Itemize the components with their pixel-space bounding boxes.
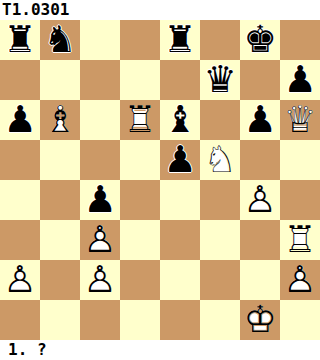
piece-white-pawn: ♟♙ bbox=[80, 260, 120, 300]
square-d7[interactable] bbox=[120, 60, 160, 100]
square-a7[interactable] bbox=[0, 60, 40, 100]
square-h5[interactable] bbox=[280, 140, 320, 180]
square-f1[interactable] bbox=[200, 300, 240, 340]
square-h1[interactable] bbox=[280, 300, 320, 340]
square-b7[interactable] bbox=[40, 60, 80, 100]
piece-white-pawn: ♟♙ bbox=[0, 260, 40, 300]
piece-white-queen: ♛♕ bbox=[280, 100, 320, 140]
square-b2[interactable] bbox=[40, 260, 80, 300]
square-a3[interactable] bbox=[0, 220, 40, 260]
piece-black-rook: ♜ bbox=[0, 20, 40, 60]
square-d2[interactable] bbox=[120, 260, 160, 300]
piece-black-bishop: ♝ bbox=[160, 100, 200, 140]
square-e4[interactable] bbox=[160, 180, 200, 220]
square-c2[interactable]: ♟♙ bbox=[80, 260, 120, 300]
square-h7[interactable]: ♟ bbox=[280, 60, 320, 100]
square-e3[interactable] bbox=[160, 220, 200, 260]
square-g3[interactable] bbox=[240, 220, 280, 260]
square-f3[interactable] bbox=[200, 220, 240, 260]
square-f6[interactable] bbox=[200, 100, 240, 140]
piece-white-pawn: ♟♙ bbox=[240, 180, 280, 220]
square-g5[interactable] bbox=[240, 140, 280, 180]
piece-white-knight: ♞♘ bbox=[200, 140, 240, 180]
square-a2[interactable]: ♟♙ bbox=[0, 260, 40, 300]
square-d3[interactable] bbox=[120, 220, 160, 260]
square-a1[interactable] bbox=[0, 300, 40, 340]
diagram-title: T1.0301 bbox=[0, 0, 320, 20]
square-g1[interactable]: ♚♔ bbox=[240, 300, 280, 340]
square-d8[interactable] bbox=[120, 20, 160, 60]
square-h3[interactable]: ♜♖ bbox=[280, 220, 320, 260]
square-g7[interactable] bbox=[240, 60, 280, 100]
square-e1[interactable] bbox=[160, 300, 200, 340]
piece-white-pawn: ♟♙ bbox=[280, 260, 320, 300]
square-f8[interactable] bbox=[200, 20, 240, 60]
square-g4[interactable]: ♟♙ bbox=[240, 180, 280, 220]
square-b1[interactable] bbox=[40, 300, 80, 340]
square-a6[interactable]: ♟ bbox=[0, 100, 40, 140]
piece-black-pawn: ♟ bbox=[160, 140, 200, 180]
square-h6[interactable]: ♛♕ bbox=[280, 100, 320, 140]
square-e8[interactable]: ♜ bbox=[160, 20, 200, 60]
square-e2[interactable] bbox=[160, 260, 200, 300]
square-c5[interactable] bbox=[80, 140, 120, 180]
piece-black-pawn: ♟ bbox=[0, 100, 40, 140]
square-e5[interactable]: ♟ bbox=[160, 140, 200, 180]
square-c4[interactable]: ♟ bbox=[80, 180, 120, 220]
square-g8[interactable]: ♚ bbox=[240, 20, 280, 60]
square-c8[interactable] bbox=[80, 20, 120, 60]
square-a8[interactable]: ♜ bbox=[0, 20, 40, 60]
piece-black-king: ♚ bbox=[240, 20, 280, 60]
chess-board: ♜♞♜♚♛♟♟♝♗♜♖♝♟♛♕♟♞♘♟♟♙♟♙♜♖♟♙♟♙♟♙♚♔ bbox=[0, 20, 320, 340]
piece-black-queen: ♛ bbox=[200, 60, 240, 100]
piece-white-rook: ♜♖ bbox=[120, 100, 160, 140]
piece-black-pawn: ♟ bbox=[280, 60, 320, 100]
square-b5[interactable] bbox=[40, 140, 80, 180]
square-c1[interactable] bbox=[80, 300, 120, 340]
piece-black-rook: ♜ bbox=[160, 20, 200, 60]
square-f5[interactable]: ♞♘ bbox=[200, 140, 240, 180]
square-d1[interactable] bbox=[120, 300, 160, 340]
square-f2[interactable] bbox=[200, 260, 240, 300]
square-e7[interactable] bbox=[160, 60, 200, 100]
square-d6[interactable]: ♜♖ bbox=[120, 100, 160, 140]
square-b6[interactable]: ♝♗ bbox=[40, 100, 80, 140]
square-d4[interactable] bbox=[120, 180, 160, 220]
square-h2[interactable]: ♟♙ bbox=[280, 260, 320, 300]
move-prompt: 1. ? bbox=[0, 340, 320, 360]
square-a4[interactable] bbox=[0, 180, 40, 220]
piece-white-pawn: ♟♙ bbox=[80, 220, 120, 260]
square-c6[interactable] bbox=[80, 100, 120, 140]
piece-white-rook: ♜♖ bbox=[280, 220, 320, 260]
square-c7[interactable] bbox=[80, 60, 120, 100]
square-a5[interactable] bbox=[0, 140, 40, 180]
piece-black-knight: ♞ bbox=[40, 20, 80, 60]
piece-black-pawn: ♟ bbox=[80, 180, 120, 220]
square-b3[interactable] bbox=[40, 220, 80, 260]
square-e6[interactable]: ♝ bbox=[160, 100, 200, 140]
square-d5[interactable] bbox=[120, 140, 160, 180]
square-f4[interactable] bbox=[200, 180, 240, 220]
square-h8[interactable] bbox=[280, 20, 320, 60]
square-g6[interactable]: ♟ bbox=[240, 100, 280, 140]
square-b8[interactable]: ♞ bbox=[40, 20, 80, 60]
piece-black-pawn: ♟ bbox=[240, 100, 280, 140]
square-c3[interactable]: ♟♙ bbox=[80, 220, 120, 260]
piece-white-king: ♚♔ bbox=[240, 300, 280, 340]
square-g2[interactable] bbox=[240, 260, 280, 300]
square-b4[interactable] bbox=[40, 180, 80, 220]
piece-white-bishop: ♝♗ bbox=[40, 100, 80, 140]
square-h4[interactable] bbox=[280, 180, 320, 220]
square-f7[interactable]: ♛ bbox=[200, 60, 240, 100]
